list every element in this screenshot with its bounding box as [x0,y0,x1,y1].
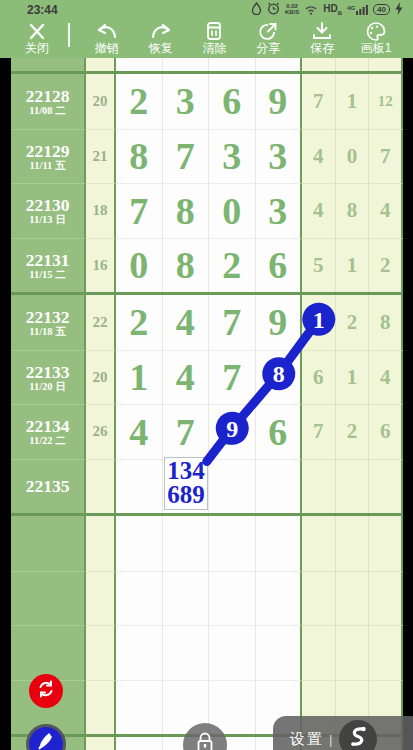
tail-cell: 4 [369,183,403,238]
signal-bars-icon: 4G [347,4,368,15]
tail-cell [302,625,336,680]
data-row-22132: 2213211/18 五222479128 [11,295,403,350]
tail-cell: 8 [369,295,403,350]
tail-cell: 1 [302,295,336,350]
tail-cell: 1 [336,350,370,405]
hd-voice-icon: HDB [323,3,342,16]
tail-cell [302,459,336,514]
toolbar-divider [68,23,70,47]
tail-cell: 4 [302,129,336,184]
trend-chart-grid: 2212811/08 二20236971122212911/11 五218733… [11,58,403,750]
tail-cell: 6 [369,404,403,459]
digit-cell [116,58,163,71]
digit-cell [209,459,256,514]
data-row-22130: 2213011/13 日187803484 [11,183,403,238]
tail-cell: 2 [369,238,403,293]
battery-icon: 40 [373,4,390,15]
close-icon [27,23,47,41]
tail-cell: 8 [336,183,370,238]
partial-row [11,58,403,71]
digit-cell: 6 [256,404,303,459]
digit-cell: 3 [256,183,303,238]
tail-cell [369,571,403,626]
digit-cell: 6 [256,238,303,293]
data-row-22133: 2213311/20 日201478614 [11,350,403,405]
sum-cell: 20 [86,74,116,129]
digit-cell: 8 [163,183,210,238]
issue-cell [11,625,86,680]
sum-cell [86,459,116,514]
issue-cell: 2213111/15 二 [11,238,86,293]
clear-button[interactable]: 清除 [189,22,239,55]
digit-cell: 0 [116,238,163,293]
digit-cell [116,571,163,626]
pen-icon [35,731,57,750]
alarm-clock-icon [267,1,280,19]
digit-cell: 8 [116,129,163,184]
digit-cell: 7 [209,350,256,405]
empty-row [11,516,403,571]
issue-cell [11,516,86,571]
tail-cell: 5 [302,238,336,293]
tail-cell: 7 [302,404,336,459]
share-icon [258,22,278,41]
issue-cell: 2213411/22 二 [11,404,86,459]
tail-cell [336,516,370,571]
digit-cell: 7 [116,183,163,238]
tail-cell [369,459,403,514]
digit-cell [256,459,303,514]
digit-cell: 7 [163,129,210,184]
digit-cell: 9 [256,74,303,129]
clock-time: 23:44 [27,3,58,17]
sum-cell: 16 [86,238,116,293]
issue-cell: 2213311/20 日 [11,350,86,405]
digit-cell: 2 [209,238,256,293]
digit-cell [163,58,210,71]
prediction-line-2: 689 [167,483,205,507]
digit-cell: 8 [256,350,303,405]
tail-cell: 7 [302,74,336,129]
undo-button[interactable]: 撤销 [82,23,132,55]
issue-cell [11,571,86,626]
sum-cell [86,58,116,71]
charging-bolt-icon [395,1,403,19]
digit-cell: 9 [209,404,256,459]
tail-cell: 1 [336,74,370,129]
drawing-toolbar: 关闭 撤销 恢复 清除 分享 保存 画板1 [0,19,413,58]
digit-cell [209,58,256,71]
sum-cell: 22 [86,295,116,350]
digit-cell: 8 [163,238,210,293]
digit-cell: 4 [163,350,210,405]
undo-icon [96,23,118,41]
trash-icon [204,22,224,41]
sum-cell [86,516,116,571]
tail-cell: 4 [302,183,336,238]
prediction-line-1: 134 [167,459,205,483]
digit-cell [163,625,210,680]
tail-cell [302,58,336,71]
digit-cell [116,625,163,680]
data-row-22134: 2213411/22 二264796726 [11,404,403,459]
settings-button[interactable]: 设置 [290,730,324,749]
digit-cell: 7 [209,295,256,350]
tail-cell: 4 [369,350,403,405]
issue-cell [11,58,86,71]
refresh-button[interactable] [29,674,63,708]
network-speed: 0.02 KB/S [285,4,299,15]
data-row-22131: 2213111/15 二160826512 [11,238,403,293]
digit-cell [256,516,303,571]
redo-icon [150,23,172,41]
digit-cell: 3 [209,129,256,184]
sum-cell [86,737,116,750]
s-curve-icon [347,723,369,750]
sum-cell [86,680,116,735]
sum-cell: 21 [86,129,116,184]
digit-cell: 6 [209,74,256,129]
issue-cell: 2212811/08 二 [11,74,86,129]
tail-cell [336,571,370,626]
sum-cell: 20 [86,350,116,405]
digit-cell [116,680,163,735]
digit-cell [209,516,256,571]
tail-cell: 2 [336,295,370,350]
issue-cell: 22135 [11,459,86,514]
tail-cell [336,459,370,514]
tail-cell: 6 [302,350,336,405]
digit-cell [256,58,303,71]
digit-cell [209,571,256,626]
tail-cell: 7 [369,129,403,184]
data-row-22129: 2212911/11 五218733407 [11,129,403,184]
digit-cell [209,625,256,680]
wifi-icon [304,1,318,19]
tail-cell [336,58,370,71]
palette-icon [366,22,386,41]
lock-icon [194,731,216,750]
tail-cell [302,516,336,571]
redo-button[interactable]: 恢复 [136,23,186,55]
digit-cell: 2 [116,74,163,129]
curve-tool-button[interactable] [339,720,377,750]
tail-cell: 0 [336,129,370,184]
pill-divider: | [329,732,332,747]
digit-cell [116,516,163,571]
digit-cell: 2 [116,295,163,350]
issue-cell: 2213011/13 日 [11,183,86,238]
save-button[interactable]: 保存 [297,22,347,55]
empty-row [11,571,403,626]
tail-cell [369,625,403,680]
digit-cell [163,571,210,626]
digit-cell [116,737,163,750]
digit-cell: 0 [209,183,256,238]
sum-cell: 18 [86,183,116,238]
digit-cell: 4 [163,295,210,350]
digit-cell: 4 [116,404,163,459]
empty-row [11,625,403,680]
digit-cell [256,571,303,626]
digit-cell [163,516,210,571]
tail-cell: 1 [336,238,370,293]
bottom-settings-pill: 设置 | [273,716,413,750]
tail-cell: 2 [336,404,370,459]
sum-cell [86,625,116,680]
digit-cell [256,625,303,680]
palette-button[interactable]: 画板1 [351,22,401,55]
digit-cell: 3 [163,74,210,129]
close-button[interactable]: 关闭 [12,23,62,55]
download-icon [312,22,332,41]
issue-cell: 2212911/11 五 [11,129,86,184]
issue-cell: 2213211/18 五 [11,295,86,350]
tail-cell [369,516,403,571]
sum-cell: 26 [86,404,116,459]
app-screen: 23:44 0.02 KB/S HDB 4G 40 [0,0,413,750]
digit-cell: 9 [256,295,303,350]
digit-cell: 3 [256,129,303,184]
digit-cell [116,459,163,514]
tail-cell [336,625,370,680]
data-row-22128: 2212811/08 二2023697112 [11,74,403,129]
droplet-icon [251,1,262,19]
sum-cell [86,571,116,626]
tail-cell: 12 [369,74,403,129]
digit-cell: 1 [116,350,163,405]
tail-cell [302,571,336,626]
prediction-box: 134 689 [164,457,208,510]
status-bar: 23:44 0.02 KB/S HDB 4G 40 [0,0,413,19]
tail-cell [369,58,403,71]
sync-icon [36,679,56,703]
share-button[interactable]: 分享 [243,22,293,55]
digit-cell: 7 [163,404,210,459]
